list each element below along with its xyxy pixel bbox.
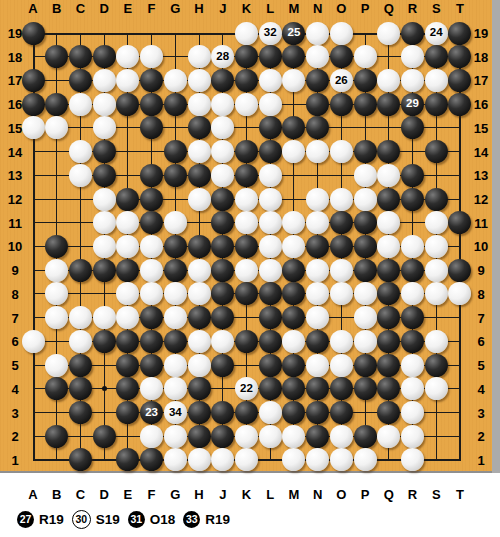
white-stone — [188, 140, 211, 163]
white-stone — [401, 69, 424, 92]
white-stone: 24 — [425, 22, 448, 45]
black-stone: 23 — [140, 401, 163, 424]
white-stone — [354, 282, 377, 305]
white-stone — [93, 69, 116, 92]
white-stone — [235, 425, 258, 448]
black-stone — [116, 93, 139, 116]
white-stone — [306, 259, 329, 282]
move-number-label: 29 — [406, 98, 419, 110]
white-stone — [330, 354, 353, 377]
black-stone — [116, 188, 139, 211]
black-stone — [140, 354, 163, 377]
black-stone — [354, 259, 377, 282]
coord-label-bottom: D — [99, 487, 108, 502]
white-stone — [93, 93, 116, 116]
white-stone — [330, 425, 353, 448]
white-stone — [401, 354, 424, 377]
coord-label-bottom: N — [313, 487, 322, 502]
white-stone — [425, 282, 448, 305]
white-stone — [69, 306, 92, 329]
white-stone — [45, 259, 68, 282]
black-stone — [22, 93, 45, 116]
move-number-label: 25 — [288, 27, 301, 39]
white-stone — [188, 354, 211, 377]
coord-label-bottom: B — [52, 487, 61, 502]
black-stone — [330, 377, 353, 400]
black-stone — [69, 45, 92, 68]
black-stone — [188, 306, 211, 329]
black-stone — [377, 330, 400, 353]
black-stone — [306, 330, 329, 353]
black-stone — [401, 330, 424, 353]
coord-label-left: 3 — [11, 405, 18, 420]
white-stone: 26 — [330, 69, 353, 92]
white-stone — [282, 425, 305, 448]
white-stone — [425, 69, 448, 92]
coord-label-bottom: F — [148, 487, 156, 502]
coord-label-right: 12 — [474, 192, 488, 207]
white-stone — [259, 401, 282, 424]
move-number-label: 26 — [335, 75, 348, 87]
coord-label-bottom: S — [432, 487, 441, 502]
caption-move-stone-black: 31 — [128, 511, 145, 528]
coord-label-bottom: T — [456, 487, 464, 502]
black-stone — [235, 140, 258, 163]
white-stone — [93, 116, 116, 139]
white-stone — [164, 425, 187, 448]
white-stone — [259, 164, 282, 187]
coord-label-right: 17 — [474, 73, 488, 88]
black-stone — [354, 425, 377, 448]
coord-label-right: 8 — [477, 286, 484, 301]
coord-label-right: 11 — [474, 215, 488, 230]
coord-label-left: 7 — [11, 310, 18, 325]
move-number-label: 24 — [430, 27, 443, 39]
white-stone — [354, 306, 377, 329]
black-stone — [164, 93, 187, 116]
black-stone — [330, 235, 353, 258]
black-stone — [69, 259, 92, 282]
coord-label-left: 13 — [8, 168, 22, 183]
coord-label-top: G — [170, 1, 180, 16]
coord-label-left: 12 — [8, 192, 22, 207]
white-stone — [164, 377, 187, 400]
coord-label-bottom: Q — [384, 487, 394, 502]
move-number-label: 32 — [264, 27, 277, 39]
black-stone — [140, 93, 163, 116]
black-stone — [188, 401, 211, 424]
coord-label-top: T — [456, 1, 464, 16]
black-stone — [354, 235, 377, 258]
black-stone — [235, 330, 258, 353]
white-stone — [377, 164, 400, 187]
coord-label-right: 4 — [477, 381, 484, 396]
white-stone — [354, 164, 377, 187]
white-stone — [69, 330, 92, 353]
white-stone — [69, 140, 92, 163]
white-stone — [211, 93, 234, 116]
black-stone — [401, 306, 424, 329]
coord-label-bottom: R — [408, 487, 417, 502]
white-stone — [188, 330, 211, 353]
caption-move-point: R19 — [205, 512, 230, 527]
white-stone — [188, 69, 211, 92]
white-stone — [259, 93, 282, 116]
move-number-label: 34 — [169, 407, 182, 419]
white-stone — [22, 330, 45, 353]
coord-label-bottom: P — [361, 487, 370, 502]
black-stone — [164, 330, 187, 353]
black-stone — [401, 164, 424, 187]
white-stone — [330, 140, 353, 163]
white-stone — [425, 377, 448, 400]
black-stone — [164, 164, 187, 187]
move-caption: 27R1930S1931O1833R19 — [17, 509, 233, 529]
coord-label-bottom: G — [170, 487, 180, 502]
white-stone — [330, 259, 353, 282]
black-stone — [306, 93, 329, 116]
white-stone — [354, 448, 377, 471]
coord-label-right: 5 — [477, 358, 484, 373]
caption-move-point: O18 — [150, 512, 176, 527]
coord-label-right: 14 — [474, 144, 488, 159]
white-stone — [235, 93, 258, 116]
white-stone — [235, 188, 258, 211]
white-stone — [93, 306, 116, 329]
coord-label-bottom: A — [28, 487, 37, 502]
white-stone — [188, 259, 211, 282]
white-stone — [140, 235, 163, 258]
go-board-diagram: 322524282629222334AABBCCDDEEFFGGHHJJKKLL… — [0, 0, 500, 537]
black-stone — [354, 69, 377, 92]
white-stone — [259, 235, 282, 258]
white-stone — [330, 188, 353, 211]
coord-label-right: 6 — [477, 334, 484, 349]
move-number-label: 23 — [145, 407, 158, 419]
black-stone — [377, 188, 400, 211]
coord-label-right: 13 — [474, 168, 488, 183]
black-stone — [140, 188, 163, 211]
coord-label-top: E — [124, 1, 133, 16]
coord-label-left: 2 — [11, 429, 18, 444]
black-stone — [330, 211, 353, 234]
black-stone — [306, 425, 329, 448]
coord-label-top: Q — [384, 1, 394, 16]
white-stone — [330, 330, 353, 353]
black-stone — [306, 235, 329, 258]
coord-label-left: 14 — [8, 144, 22, 159]
move-number-label: 22 — [240, 383, 253, 395]
white-stone — [211, 164, 234, 187]
black-stone — [69, 354, 92, 377]
white-stone — [93, 211, 116, 234]
black-stone — [354, 93, 377, 116]
black-stone — [354, 354, 377, 377]
black-stone — [22, 69, 45, 92]
white-stone — [69, 164, 92, 187]
coord-label-left: 1 — [11, 452, 18, 467]
black-stone — [448, 259, 471, 282]
white-stone — [306, 22, 329, 45]
black-stone — [164, 259, 187, 282]
black-stone — [259, 306, 282, 329]
white-stone — [259, 69, 282, 92]
white-stone — [235, 22, 258, 45]
coord-label-top: D — [99, 1, 108, 16]
black-stone — [93, 259, 116, 282]
white-stone — [93, 188, 116, 211]
black-stone — [188, 164, 211, 187]
black-stone — [259, 330, 282, 353]
black-stone — [448, 22, 471, 45]
coord-label-bottom: L — [266, 487, 274, 502]
white-stone — [93, 235, 116, 258]
black-stone — [45, 93, 68, 116]
coord-label-bottom: E — [124, 487, 133, 502]
white-stone — [235, 259, 258, 282]
black-stone — [93, 164, 116, 187]
black-stone — [235, 235, 258, 258]
white-stone — [377, 22, 400, 45]
white-stone — [354, 188, 377, 211]
black-stone: 25 — [282, 22, 305, 45]
white-stone — [22, 116, 45, 139]
coord-label-right: 7 — [477, 310, 484, 325]
coord-label-left: 19 — [8, 26, 22, 41]
coord-label-right: 15 — [474, 120, 488, 135]
white-stone — [164, 354, 187, 377]
coord-label-right: 18 — [474, 49, 488, 64]
white-stone — [188, 282, 211, 305]
coord-label-bottom: O — [336, 487, 346, 502]
coord-label-left: 18 — [8, 49, 22, 64]
coord-label-left: 5 — [11, 358, 18, 373]
white-stone — [188, 45, 211, 68]
white-stone — [259, 211, 282, 234]
coord-label-right: 16 — [474, 97, 488, 112]
black-stone — [188, 425, 211, 448]
black-stone — [259, 377, 282, 400]
black-stone — [377, 259, 400, 282]
black-stone — [235, 401, 258, 424]
coord-label-top: L — [266, 1, 274, 16]
black-stone — [425, 354, 448, 377]
black-stone — [259, 116, 282, 139]
coord-label-bottom: J — [219, 487, 226, 502]
black-stone: 29 — [401, 93, 424, 116]
black-stone — [116, 259, 139, 282]
black-stone — [140, 330, 163, 353]
white-stone — [211, 330, 234, 353]
white-stone — [425, 211, 448, 234]
black-stone — [425, 140, 448, 163]
white-stone — [259, 259, 282, 282]
coord-label-right: 9 — [477, 263, 484, 278]
black-stone — [211, 259, 234, 282]
coord-label-left: 11 — [8, 215, 22, 230]
black-stone — [93, 45, 116, 68]
black-stone — [188, 235, 211, 258]
black-stone — [93, 330, 116, 353]
white-stone — [164, 306, 187, 329]
coord-label-top: K — [242, 1, 251, 16]
black-stone — [377, 354, 400, 377]
coord-label-bottom: M — [288, 487, 299, 502]
coord-label-top: M — [288, 1, 299, 16]
coord-label-bottom: C — [76, 487, 85, 502]
coord-label-top: B — [52, 1, 61, 16]
coord-label-left: 9 — [11, 263, 18, 278]
black-stone — [282, 354, 305, 377]
black-stone — [235, 69, 258, 92]
black-stone — [211, 188, 234, 211]
black-stone — [188, 116, 211, 139]
white-stone — [306, 188, 329, 211]
white-stone — [45, 354, 68, 377]
white-stone — [140, 425, 163, 448]
black-stone — [259, 282, 282, 305]
right-edge-strip — [492, 0, 500, 473]
white-stone: 34 — [164, 401, 187, 424]
white-stone — [188, 448, 211, 471]
coord-label-top: S — [432, 1, 441, 16]
white-stone — [401, 235, 424, 258]
caption-move-stone-white: 30 — [72, 510, 91, 529]
white-stone — [425, 235, 448, 258]
black-stone — [425, 45, 448, 68]
black-stone — [93, 140, 116, 163]
black-stone — [45, 425, 68, 448]
coord-label-bottom: H — [194, 487, 203, 502]
black-stone — [330, 401, 353, 424]
star-point — [102, 386, 107, 391]
white-stone — [354, 45, 377, 68]
white-stone — [401, 401, 424, 424]
white-stone — [425, 259, 448, 282]
white-stone — [425, 330, 448, 353]
black-stone — [330, 93, 353, 116]
coord-label-right: 19 — [474, 26, 488, 41]
black-stone — [425, 93, 448, 116]
white-stone — [140, 259, 163, 282]
black-stone — [140, 69, 163, 92]
black-stone — [164, 140, 187, 163]
coord-label-left: 6 — [11, 334, 18, 349]
black-stone — [306, 401, 329, 424]
black-stone — [330, 45, 353, 68]
coord-label-top: F — [148, 1, 156, 16]
black-stone — [22, 22, 45, 45]
coord-label-top: J — [219, 1, 226, 16]
black-stone — [140, 164, 163, 187]
coord-label-top: A — [28, 1, 37, 16]
caption-move-point: S19 — [96, 512, 120, 527]
coord-label-left: 17 — [8, 73, 22, 88]
coord-label-right: 3 — [477, 405, 484, 420]
white-stone — [164, 211, 187, 234]
black-stone — [401, 259, 424, 282]
coord-label-left: 15 — [8, 120, 22, 135]
black-stone — [401, 22, 424, 45]
coord-label-top: R — [408, 1, 417, 16]
black-stone — [354, 377, 377, 400]
coord-label-right: 2 — [477, 429, 484, 444]
caption-move-stone-black: 33 — [183, 511, 200, 528]
black-stone — [282, 259, 305, 282]
black-stone — [259, 140, 282, 163]
black-stone — [425, 188, 448, 211]
white-stone — [330, 22, 353, 45]
black-stone — [116, 354, 139, 377]
white-stone — [259, 425, 282, 448]
black-stone — [354, 140, 377, 163]
white-stone — [188, 188, 211, 211]
coord-label-left: 4 — [11, 381, 18, 396]
black-stone — [306, 69, 329, 92]
coord-label-top: P — [361, 1, 370, 16]
white-stone — [377, 425, 400, 448]
white-stone — [69, 93, 92, 116]
coord-label-right: 10 — [474, 239, 488, 254]
coord-label-top: C — [76, 1, 85, 16]
black-stone — [235, 164, 258, 187]
coord-label-top: H — [194, 1, 203, 16]
white-stone — [306, 354, 329, 377]
black-stone — [211, 425, 234, 448]
coord-label-top: O — [336, 1, 346, 16]
coord-label-right: 1 — [477, 452, 484, 467]
black-stone — [93, 425, 116, 448]
caption-move-stone-black: 27 — [17, 511, 34, 528]
white-stone — [164, 69, 187, 92]
black-stone — [448, 93, 471, 116]
move-number-label: 28 — [216, 51, 229, 63]
black-stone — [69, 401, 92, 424]
black-stone — [354, 211, 377, 234]
black-stone — [377, 93, 400, 116]
coord-label-top: N — [313, 1, 322, 16]
coord-label-bottom: K — [242, 487, 251, 502]
black-stone — [164, 235, 187, 258]
black-stone — [211, 354, 234, 377]
black-stone — [401, 188, 424, 211]
caption-move-point: R19 — [39, 512, 64, 527]
coord-label-left: 8 — [11, 286, 18, 301]
coord-label-left: 16 — [8, 97, 22, 112]
white-stone — [401, 425, 424, 448]
white-stone — [259, 188, 282, 211]
black-stone — [188, 377, 211, 400]
coord-label-left: 10 — [8, 239, 22, 254]
white-stone — [354, 330, 377, 353]
white-stone — [188, 93, 211, 116]
black-stone — [69, 69, 92, 92]
black-stone — [259, 45, 282, 68]
white-stone: 32 — [259, 22, 282, 45]
black-stone — [259, 354, 282, 377]
